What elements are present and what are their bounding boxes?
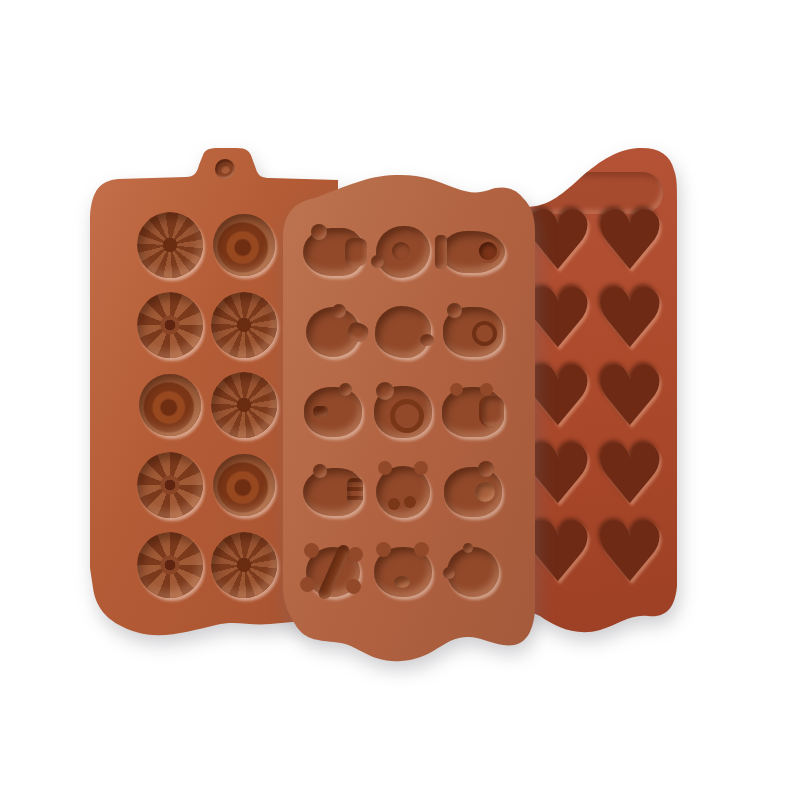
cavity-bird [447, 547, 499, 597]
cavity-piglet [303, 468, 363, 516]
cavity-puppy [303, 228, 363, 276]
animal-mold-wrapper [283, 172, 537, 670]
cavity-mum [137, 452, 203, 518]
cavity-hippo [442, 387, 504, 437]
cavity-hedgehog [375, 306, 431, 358]
cavity-daisy [211, 372, 277, 438]
cavity-chick [376, 226, 430, 278]
cavity-heart: ♥ [593, 512, 667, 594]
cavity-mum [137, 292, 203, 358]
cavity-elephant [374, 386, 432, 438]
cavity-daisy [211, 292, 277, 358]
cavity-panda [376, 466, 430, 518]
cavity-heart: ♥ [593, 200, 667, 282]
cavity-mum [137, 532, 203, 598]
hang-tab-hole [215, 159, 235, 179]
cavity-rose [213, 454, 275, 516]
animal-mold [283, 172, 537, 670]
animal-cavity-grid [298, 212, 508, 612]
cavity-rose [213, 214, 275, 276]
cavity-daisy [211, 532, 277, 598]
cavity-fish [306, 307, 360, 357]
cavity-daisy [137, 212, 203, 278]
cavity-rose [139, 374, 201, 436]
cavity-heart: ♥ [593, 356, 667, 438]
cavity-heart: ♥ [593, 434, 667, 516]
flower-cavity-grid [133, 205, 281, 605]
cavity-turtle [306, 547, 360, 597]
cavity-rocket [441, 231, 505, 273]
cavity-heart: ♥ [593, 278, 667, 360]
cavity-kitty [374, 547, 432, 597]
cavity-cow [443, 307, 503, 357]
cavity-pig [304, 387, 362, 437]
chocolate-molds-photo: ♥♥♥♥♥♥♥♥♥♥♥♥♥♥♥ [0, 0, 800, 800]
cavity-monkey [444, 467, 502, 517]
